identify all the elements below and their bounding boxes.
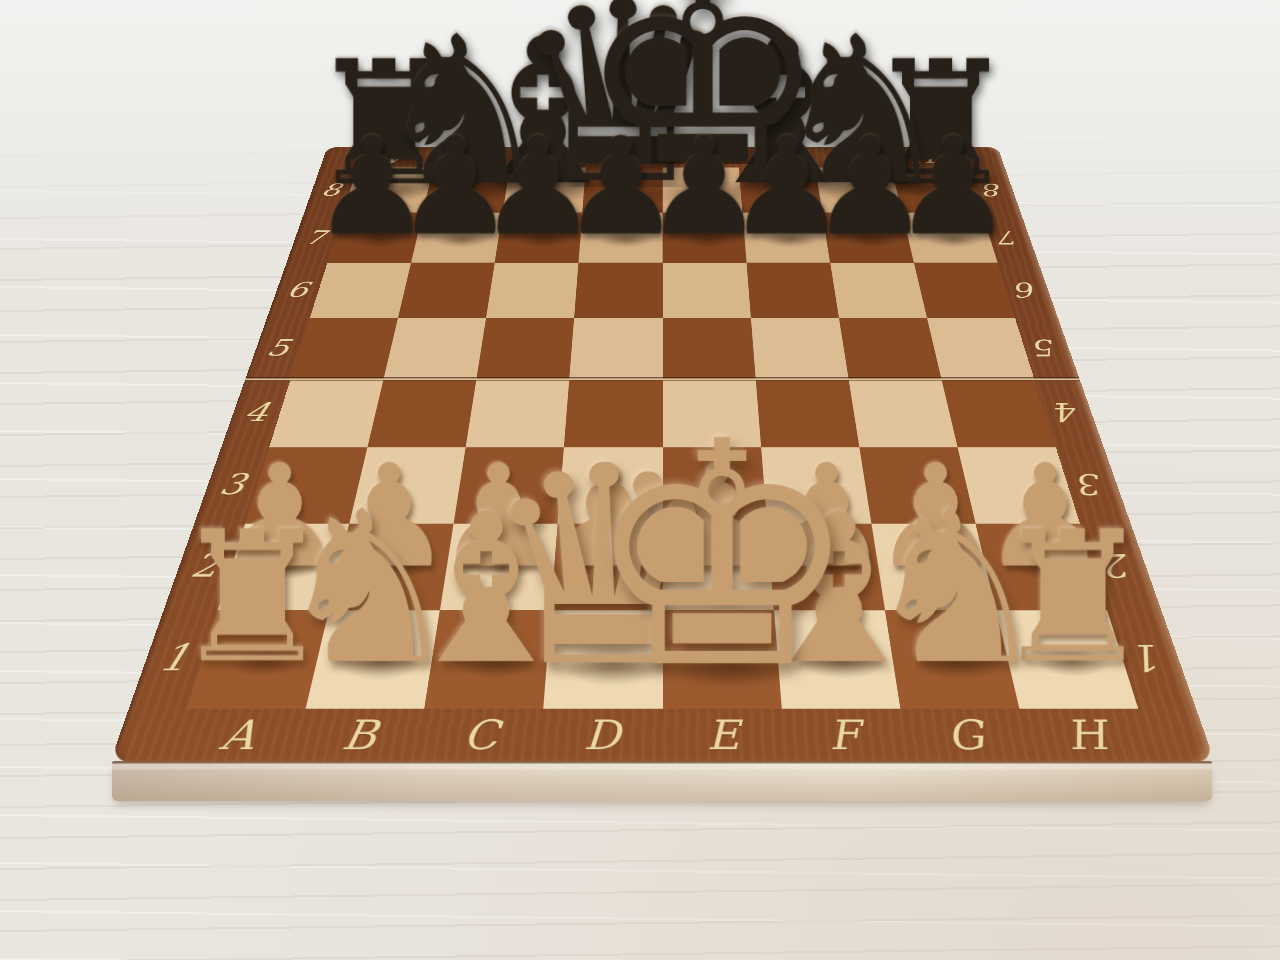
file-label-bottom-C: C (461, 711, 501, 759)
square-e5[interactable] (663, 318, 756, 379)
square-e6[interactable] (663, 263, 751, 318)
file-label-top-E: E (690, 148, 711, 167)
square-b5[interactable] (384, 318, 487, 379)
square-c6[interactable] (486, 263, 578, 318)
square-d6[interactable] (574, 263, 662, 318)
square-f5[interactable] (751, 318, 849, 379)
square-h6[interactable] (914, 263, 1015, 318)
board-squares: ♜♞♝♛♚♝♞♜♟♟♟♟♟♟♟♟♟♟♟♟♟♟♟♟♜♞♝♛♚♝♞♜ (187, 167, 1138, 708)
rank-label-right-5: 5 (1031, 334, 1061, 361)
square-b1[interactable]: ♞ (306, 610, 440, 709)
square-e1[interactable]: ♚ (663, 610, 782, 709)
file-label-top-D: D (613, 148, 636, 167)
square-a6[interactable] (310, 263, 411, 318)
box-front-edge (112, 761, 1212, 801)
square-h5[interactable] (927, 318, 1034, 379)
piece-white-knight[interactable]: ♞ (274, 483, 463, 693)
file-label-bottom-G: G (943, 711, 989, 759)
square-b6[interactable] (398, 263, 495, 318)
square-g1[interactable]: ♞ (885, 610, 1019, 709)
table-surface: 87654321 87654321 ABCDEFGH ABCDEFGH ♜♞♝♛… (0, 0, 1280, 960)
square-g6[interactable] (830, 263, 927, 318)
file-label-bottom-A: A (216, 711, 262, 759)
file-labels-bottom: ABCDEFGH (170, 709, 1155, 762)
file-label-bottom-E: E (706, 711, 741, 759)
rank-label-right-4: 4 (1052, 397, 1085, 427)
file-label-top-G: G (838, 148, 864, 167)
square-d5[interactable] (570, 318, 663, 379)
file-label-bottom-F: F (826, 711, 863, 759)
chess-board: 87654321 87654321 ABCDEFGH ABCDEFGH ♜♞♝♛… (110, 147, 1215, 762)
piece-white-king[interactable]: ♚ (583, 401, 860, 711)
piece-white-knight[interactable]: ♞ (863, 483, 1052, 693)
rank-label-right-6: 6 (1013, 278, 1042, 302)
square-f6[interactable] (746, 263, 838, 318)
board-frame: 87654321 87654321 ABCDEFGH ABCDEFGH ♜♞♝♛… (110, 147, 1215, 762)
square-c5[interactable] (477, 318, 575, 379)
file-label-bottom-H: H (1060, 711, 1113, 759)
file-label-bottom-B: B (338, 711, 381, 759)
square-g5[interactable] (839, 318, 942, 379)
file-label-top-F: F (765, 148, 787, 167)
rank-label-left-5: 5 (263, 334, 293, 361)
square-h7[interactable]: ♟ (902, 213, 998, 263)
file-label-top-B: B (462, 148, 486, 167)
file-label-bottom-D: D (583, 711, 621, 759)
rank-label-left-6: 6 (284, 278, 313, 302)
rank-label-left-4: 4 (240, 397, 273, 427)
file-label-top-C: C (537, 148, 561, 167)
square-a5[interactable] (291, 318, 398, 379)
